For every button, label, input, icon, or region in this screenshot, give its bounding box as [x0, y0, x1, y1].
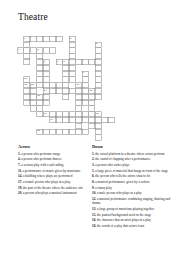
- clue-number: 13: [76, 83, 79, 86]
- clue-item: 1. a person who performs songs: [18, 152, 89, 156]
- page-title: Theatre: [18, 11, 48, 22]
- clue-item: 8. a musical performance given by a solo…: [92, 180, 173, 184]
- clue-number: 16: [37, 94, 40, 97]
- clue-number: 7: [57, 59, 58, 62]
- clue-item: 11. a performance of music given by musi…: [18, 168, 89, 172]
- clue-item-text: the words of a play that actors learn: [97, 224, 144, 228]
- grid-cell[interactable]: [82, 129, 89, 135]
- grid-cell[interactable]: [50, 48, 57, 54]
- clue-number: 6: [44, 59, 45, 62]
- clue-number: 5: [37, 48, 38, 51]
- clue-number: 10: [24, 77, 27, 80]
- grid-cell[interactable]: [24, 59, 31, 65]
- worksheet-page: Theatre 1234567891011121314151617181920 …: [0, 0, 180, 255]
- clue-item-text: a musical performance combining singing,…: [92, 197, 170, 205]
- clue-item: 2. the sound of clapping after a perform…: [92, 157, 173, 161]
- clue-number: 12: [31, 83, 34, 86]
- clue-number: 14: [44, 88, 47, 91]
- clue-item-text: the character that an actor plays in a p…: [97, 218, 151, 222]
- clue-item: 7. a serious play with a sad ending: [18, 163, 89, 167]
- grid-cell-empty: [108, 135, 115, 141]
- clue-item: 6. the person who tells the actors what …: [92, 174, 173, 178]
- clue-number: 17: [44, 112, 47, 115]
- clue-number: 1: [24, 36, 25, 39]
- clue-item: 5. a large piece of material that hangs …: [92, 168, 173, 172]
- clue-number: 4: [18, 48, 19, 51]
- clue-item: 20. a person who plays a musical instrum…: [18, 191, 89, 195]
- clue-item: 13. a large group of musicians playing t…: [92, 207, 173, 211]
- clue-number: 18: [96, 112, 99, 115]
- clue-item-text: a male person who plays in a play: [97, 191, 142, 195]
- clue-number: 20: [37, 129, 40, 132]
- clue-item-text: the painted background used on the stage: [97, 212, 151, 216]
- clue-number: 19: [50, 117, 53, 120]
- grid-cell[interactable]: [95, 94, 102, 100]
- clue-number: 9: [83, 71, 84, 74]
- clue-item: 14. a building where plays are performed: [18, 174, 89, 178]
- clue-item-text: the sound of clapping after a performanc…: [95, 157, 150, 161]
- clue-item: 19. the part of the theatre where the au…: [18, 185, 89, 189]
- down-clue-list: 1. the raised platform in a theatre wher…: [92, 152, 173, 228]
- grid-cell[interactable]: [108, 117, 115, 123]
- clue-item-text: a musical performance given by a soloist: [95, 180, 149, 184]
- clue-item-text: the person who tells the actors what to …: [95, 174, 150, 178]
- clue-number: 2: [70, 36, 71, 39]
- down-header: Down: [92, 144, 173, 149]
- clue-item-text: a large group of musicians playing toget…: [97, 207, 154, 211]
- clue-item: 17. a female person who plays in a play: [18, 180, 89, 184]
- clue-item-text: a large piece of material that hangs in …: [95, 168, 168, 172]
- clue-number: 15: [89, 88, 92, 91]
- grid-cell[interactable]: [56, 36, 63, 42]
- clue-item-text: a serious play with a sad ending: [21, 163, 63, 167]
- clue-item-text: a person who performs songs: [21, 152, 60, 156]
- clue-item: 18. the words of a play that actors lear…: [92, 224, 173, 228]
- clue-item: 12. a musical performance combining sing…: [92, 197, 173, 206]
- down-clues-section: Down 1. the raised platform in a theatre…: [92, 144, 173, 229]
- across-clues-section: Across 1. a person who performs songs4. …: [18, 144, 89, 197]
- clue-item: 15. the painted background used on the s…: [92, 212, 173, 216]
- clue-item: 3. a person who writes plays: [92, 163, 173, 167]
- clue-item-text: a person who plays a musical instrument: [23, 191, 77, 195]
- clue-number: 3: [96, 42, 97, 45]
- clue-item-text: a funny play: [95, 185, 111, 189]
- clue-number: 11: [24, 83, 27, 86]
- clue-item-text: a performance of music given by musician…: [23, 168, 81, 172]
- clue-item-text: a building where plays are performed: [23, 174, 72, 178]
- clue-item: 9. a funny play: [92, 185, 173, 189]
- grid-cell[interactable]: [43, 100, 50, 106]
- grid-cell[interactable]: [63, 94, 70, 100]
- clue-item: 10. a male person who plays in a play: [92, 191, 173, 195]
- clue-item: 16. the character that an actor plays in…: [92, 218, 173, 222]
- clue-item-text: a person who performs dances: [21, 157, 61, 161]
- crossword-grid[interactable]: 1234567891011121314151617181920: [17, 36, 115, 140]
- clue-number: 8: [63, 59, 64, 62]
- across-header: Across: [18, 144, 89, 149]
- clue-item-text: the part of the theatre where the audien…: [23, 185, 83, 189]
- clue-item-text: the raised platform in a theatre where a…: [95, 152, 164, 156]
- clue-item-text: a female person who plays in a play: [23, 180, 70, 184]
- grid-cell[interactable]: [95, 135, 102, 141]
- clue-item-text: a person who writes plays: [95, 163, 129, 167]
- across-clue-list: 1. a person who performs songs4. a perso…: [18, 152, 89, 196]
- clue-item: 1. the raised platform in a theatre wher…: [92, 152, 173, 156]
- clue-item: 4. a person who performs dances: [18, 157, 89, 161]
